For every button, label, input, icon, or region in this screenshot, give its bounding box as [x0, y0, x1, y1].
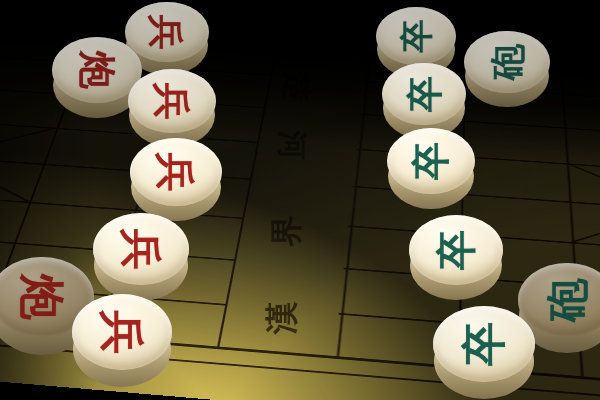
piece-black-soldier-i7: 卒	[433, 306, 535, 382]
black-soldier-disc: 卒	[409, 215, 503, 285]
black-soldier-character: 卒	[446, 293, 522, 395]
red-soldier-disc: 兵	[72, 294, 172, 370]
piece-red-soldier-i4: 兵	[72, 294, 172, 370]
piece-black-soldier-g7: 卒	[409, 215, 503, 285]
xiangqi-photo-scene: 楚河界漢 炮兵兵兵兵炮兵卒砲卒卒卒砲卒 图虫创意 头条@大禾象棋	[0, 0, 600, 400]
red-cannon-character: 炮	[2, 245, 82, 349]
black-cannon-disc: 砲	[464, 31, 550, 93]
black-soldier-character: 卒	[398, 117, 464, 205]
black-soldier-disc: 卒	[433, 306, 535, 382]
red-cannon-character: 炮	[64, 25, 130, 115]
pieces-layer: 炮兵兵兵兵炮兵卒砲卒卒卒砲卒	[0, 0, 600, 400]
red-soldier-character: 兵	[84, 282, 160, 382]
piece-red-soldier-e4: 兵	[130, 138, 222, 206]
black-cannon-character: 砲	[530, 251, 600, 349]
piece-black-soldier-c7: 卒	[382, 63, 466, 125]
black-soldier-disc: 卒	[387, 128, 475, 194]
piece-black-soldier-e7: 卒	[387, 128, 475, 194]
black-soldier-disc: 卒	[382, 63, 466, 125]
piece-black-cannon-b8: 砲	[464, 31, 550, 93]
red-soldier-disc: 兵	[128, 69, 216, 133]
black-soldier-character: 卒	[421, 203, 491, 297]
piece-red-soldier-g4: 兵	[93, 213, 189, 285]
black-cannon-character: 砲	[476, 19, 538, 105]
piece-red-soldier-c4: 兵	[128, 69, 216, 133]
red-soldier-disc: 兵	[130, 138, 222, 206]
red-soldier-disc: 兵	[93, 213, 189, 285]
